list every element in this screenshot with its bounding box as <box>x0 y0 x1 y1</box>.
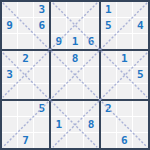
sudoku-cell-r1c8[interactable] <box>117 2 132 17</box>
sudoku-cell-r4c2[interactable]: 2 <box>18 51 33 66</box>
sudoku-cell-r5c3[interactable] <box>34 67 49 82</box>
sudoku-cell-r9c8[interactable]: 6 <box>117 133 132 148</box>
sudoku-cell-r7c1[interactable] <box>2 101 17 116</box>
sudoku-cell-r3c4[interactable]: 9 <box>51 34 66 49</box>
sudoku-cell-r5c1[interactable]: 3 <box>2 67 17 82</box>
sudoku-cell-r2c8[interactable] <box>117 18 132 33</box>
sudoku-cell-r8c8[interactable] <box>117 117 132 132</box>
sudoku-cell-r6c1[interactable] <box>2 84 17 99</box>
sudoku-cell-r3c5[interactable]: 1 <box>67 34 82 49</box>
sudoku-cell-r6c9[interactable] <box>133 84 148 99</box>
sudoku-cell-r8c3[interactable] <box>34 117 49 132</box>
sudoku-cell-r2c5[interactable] <box>67 18 82 33</box>
sudoku-cell-r9c2[interactable]: 7 <box>18 133 33 148</box>
sudoku-cell-r4c3[interactable] <box>34 51 49 66</box>
sudoku-cell-r2c9[interactable]: 4 <box>133 18 148 33</box>
sudoku-cell-r3c7[interactable] <box>101 34 116 49</box>
sudoku-cell-r6c3[interactable] <box>34 84 49 99</box>
sudoku-cell-r5c8[interactable] <box>117 67 132 82</box>
sudoku-cell-r1c6[interactable] <box>84 2 99 17</box>
sudoku-cell-r4c5[interactable]: 8 <box>67 51 82 66</box>
sudoku-box: 26 <box>101 101 148 148</box>
sudoku-cell-r1c3[interactable]: 3 <box>34 2 49 17</box>
sudoku-cell-r7c7[interactable]: 2 <box>101 101 116 116</box>
sudoku-cell-r1c5[interactable] <box>67 2 82 17</box>
sudoku-box: 23 <box>2 51 49 98</box>
sudoku-cell-r6c5[interactable] <box>67 84 82 99</box>
sudoku-cell-r6c8[interactable] <box>117 84 132 99</box>
sudoku-cell-r4c1[interactable] <box>2 51 17 66</box>
sudoku-cell-r1c7[interactable]: 1 <box>101 2 116 17</box>
sudoku-box: 8 <box>51 51 98 98</box>
sudoku-cell-r2c4[interactable] <box>51 18 66 33</box>
sudoku-cell-r9c4[interactable] <box>51 133 66 148</box>
sudoku-box: 18 <box>51 101 98 148</box>
sudoku-cell-r2c2[interactable] <box>18 18 33 33</box>
sudoku-cell-r6c4[interactable] <box>51 84 66 99</box>
sudoku-box: 396 <box>2 2 49 49</box>
sudoku-cell-r5c5[interactable] <box>67 67 82 82</box>
sudoku-cell-r8c1[interactable] <box>2 117 17 132</box>
sudoku-cell-r2c1[interactable]: 9 <box>2 18 17 33</box>
sudoku-cell-r9c3[interactable] <box>34 133 49 148</box>
sudoku-cell-r4c4[interactable] <box>51 51 66 66</box>
sudoku-cell-r9c7[interactable] <box>101 133 116 148</box>
sudoku-cell-r1c2[interactable] <box>18 2 33 17</box>
sudoku-cell-r3c2[interactable] <box>18 34 33 49</box>
sudoku-cell-r4c9[interactable] <box>133 51 148 66</box>
sudoku-cell-r6c6[interactable] <box>84 84 99 99</box>
sudoku-box: 154 <box>101 2 148 49</box>
sudoku-cell-r2c6[interactable] <box>84 18 99 33</box>
sudoku-cell-r5c4[interactable] <box>51 67 66 82</box>
sudoku-cell-r7c8[interactable] <box>117 101 132 116</box>
sudoku-cell-r5c7[interactable] <box>101 67 116 82</box>
sudoku-cell-r6c7[interactable] <box>101 84 116 99</box>
sudoku-cell-r1c1[interactable] <box>2 2 17 17</box>
sudoku-cell-r8c2[interactable] <box>18 117 33 132</box>
sudoku-cell-r8c9[interactable] <box>133 117 148 132</box>
sudoku-cell-r7c3[interactable]: 5 <box>34 101 49 116</box>
sudoku-cell-r3c3[interactable] <box>34 34 49 49</box>
sudoku-cell-r6c2[interactable] <box>18 84 33 99</box>
sudoku-cell-r3c8[interactable] <box>117 34 132 49</box>
sudoku-cell-r4c8[interactable]: 1 <box>117 51 132 66</box>
sudoku-cell-r7c5[interactable] <box>67 101 82 116</box>
sudoku-cell-r3c1[interactable] <box>2 34 17 49</box>
sudoku-cell-r2c7[interactable]: 5 <box>101 18 116 33</box>
sudoku-board-wrap: 39691615423815571826 <box>0 0 150 150</box>
sudoku-cell-r9c6[interactable] <box>84 133 99 148</box>
sudoku-box: 916 <box>51 2 98 49</box>
sudoku-cell-r1c9[interactable] <box>133 2 148 17</box>
sudoku-cell-r2c3[interactable]: 6 <box>34 18 49 33</box>
sudoku-cell-r7c9[interactable] <box>133 101 148 116</box>
sudoku-cell-r8c4[interactable]: 1 <box>51 117 66 132</box>
sudoku-cell-r5c2[interactable] <box>18 67 33 82</box>
sudoku-cell-r9c5[interactable] <box>67 133 82 148</box>
sudoku-cell-r9c9[interactable] <box>133 133 148 148</box>
sudoku-box: 15 <box>101 51 148 98</box>
sudoku-cell-r4c7[interactable] <box>101 51 116 66</box>
sudoku-cell-r8c6[interactable]: 8 <box>84 117 99 132</box>
sudoku-cell-r7c6[interactable] <box>84 101 99 116</box>
sudoku-board: 39691615423815571826 <box>0 0 150 150</box>
sudoku-cell-r1c4[interactable] <box>51 2 66 17</box>
sudoku-cell-r4c6[interactable] <box>84 51 99 66</box>
sudoku-cell-r5c6[interactable] <box>84 67 99 82</box>
sudoku-cell-r3c9[interactable] <box>133 34 148 49</box>
sudoku-cell-r5c9[interactable]: 5 <box>133 67 148 82</box>
sudoku-cell-r7c4[interactable] <box>51 101 66 116</box>
sudoku-box: 57 <box>2 101 49 148</box>
sudoku-cell-r8c5[interactable] <box>67 117 82 132</box>
sudoku-cell-r9c1[interactable] <box>2 133 17 148</box>
sudoku-cell-r8c7[interactable] <box>101 117 116 132</box>
sudoku-cell-r3c6[interactable]: 6 <box>84 34 99 49</box>
sudoku-cell-r7c2[interactable] <box>18 101 33 116</box>
